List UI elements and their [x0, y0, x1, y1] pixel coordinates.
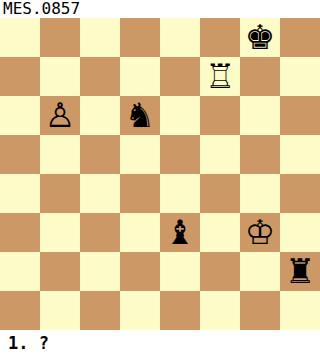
square-a7[interactable] — [0, 57, 40, 96]
square-d7[interactable] — [120, 57, 160, 96]
square-c8[interactable] — [80, 18, 120, 57]
square-g7[interactable] — [240, 57, 280, 96]
square-h3[interactable] — [280, 213, 320, 252]
square-a5[interactable] — [0, 135, 40, 174]
square-b7[interactable] — [40, 57, 80, 96]
square-e1[interactable] — [160, 291, 200, 330]
square-g3[interactable]: ♔ — [240, 213, 280, 252]
black-king-icon: ♚ — [245, 18, 275, 57]
square-h8[interactable] — [280, 18, 320, 57]
square-a6[interactable] — [0, 96, 40, 135]
square-d1[interactable] — [120, 291, 160, 330]
square-g2[interactable] — [240, 252, 280, 291]
square-c7[interactable] — [80, 57, 120, 96]
square-h5[interactable] — [280, 135, 320, 174]
square-g6[interactable] — [240, 96, 280, 135]
square-g5[interactable] — [240, 135, 280, 174]
square-e4[interactable] — [160, 174, 200, 213]
square-a8[interactable] — [0, 18, 40, 57]
square-b4[interactable] — [40, 174, 80, 213]
move-prompt: 1. ? — [8, 333, 49, 353]
square-g8[interactable]: ♚ — [240, 18, 280, 57]
square-f1[interactable] — [200, 291, 240, 330]
square-f7[interactable]: ♖ — [200, 57, 240, 96]
square-a1[interactable] — [0, 291, 40, 330]
square-a2[interactable] — [0, 252, 40, 291]
diagram-title: MES.0857 — [0, 0, 320, 18]
white-rook-icon: ♖ — [205, 57, 235, 96]
square-c5[interactable] — [80, 135, 120, 174]
square-c6[interactable] — [80, 96, 120, 135]
square-f5[interactable] — [200, 135, 240, 174]
square-e7[interactable] — [160, 57, 200, 96]
square-b2[interactable] — [40, 252, 80, 291]
square-b3[interactable] — [40, 213, 80, 252]
square-d5[interactable] — [120, 135, 160, 174]
square-h1[interactable] — [280, 291, 320, 330]
square-c4[interactable] — [80, 174, 120, 213]
white-pawn-icon: ♙ — [45, 96, 75, 135]
square-d6[interactable]: ♞ — [120, 96, 160, 135]
square-e6[interactable] — [160, 96, 200, 135]
square-h4[interactable] — [280, 174, 320, 213]
square-h6[interactable] — [280, 96, 320, 135]
square-f6[interactable] — [200, 96, 240, 135]
square-b5[interactable] — [40, 135, 80, 174]
square-g4[interactable] — [240, 174, 280, 213]
square-d8[interactable] — [120, 18, 160, 57]
square-b8[interactable] — [40, 18, 80, 57]
square-e5[interactable] — [160, 135, 200, 174]
black-bishop-icon: ♝ — [165, 213, 195, 252]
chess-board: ♚♖♙♞♝♔♜ — [0, 18, 320, 330]
square-c1[interactable] — [80, 291, 120, 330]
square-d4[interactable] — [120, 174, 160, 213]
square-b6[interactable]: ♙ — [40, 96, 80, 135]
square-f4[interactable] — [200, 174, 240, 213]
square-a3[interactable] — [0, 213, 40, 252]
black-rook-icon: ♜ — [285, 252, 315, 291]
white-king-icon: ♔ — [245, 213, 275, 252]
black-knight-icon: ♞ — [125, 96, 155, 135]
square-h2[interactable]: ♜ — [280, 252, 320, 291]
square-d3[interactable] — [120, 213, 160, 252]
square-f3[interactable] — [200, 213, 240, 252]
square-g1[interactable] — [240, 291, 280, 330]
square-b1[interactable] — [40, 291, 80, 330]
square-e3[interactable]: ♝ — [160, 213, 200, 252]
square-f8[interactable] — [200, 18, 240, 57]
square-c3[interactable] — [80, 213, 120, 252]
square-a4[interactable] — [0, 174, 40, 213]
square-d2[interactable] — [120, 252, 160, 291]
square-e2[interactable] — [160, 252, 200, 291]
square-h7[interactable] — [280, 57, 320, 96]
square-e8[interactable] — [160, 18, 200, 57]
square-c2[interactable] — [80, 252, 120, 291]
square-f2[interactable] — [200, 252, 240, 291]
chess-diagram-window: MES.0857 ♚♖♙♞♝♔♜ 1. ? — [0, 0, 320, 360]
